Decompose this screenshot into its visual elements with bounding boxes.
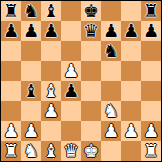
white-queen-icon: ♛ bbox=[63, 141, 79, 161]
white-king-icon: ♚ bbox=[83, 141, 99, 161]
white-pawn-icon: ♟ bbox=[3, 121, 19, 141]
square-b1[interactable]: ♞ bbox=[21, 141, 41, 161]
square-e5[interactable] bbox=[81, 61, 101, 81]
square-b7[interactable]: ♟ bbox=[21, 21, 41, 41]
black-bishop-icon: ♝ bbox=[43, 1, 59, 21]
square-b5[interactable] bbox=[21, 61, 41, 81]
square-c3[interactable]: ♟ bbox=[41, 101, 61, 121]
black-pawn-icon: ♟ bbox=[63, 81, 79, 101]
square-f3[interactable]: ♞ bbox=[101, 101, 121, 121]
square-c5[interactable] bbox=[41, 61, 61, 81]
square-f8[interactable] bbox=[101, 1, 121, 21]
black-knight-icon: ♞ bbox=[23, 1, 39, 21]
square-h5[interactable] bbox=[141, 61, 161, 81]
white-knight-icon: ♞ bbox=[103, 101, 119, 121]
square-h1[interactable]: ♜ bbox=[141, 141, 161, 161]
square-e2[interactable] bbox=[81, 121, 101, 141]
square-b6[interactable] bbox=[21, 41, 41, 61]
square-c6[interactable] bbox=[41, 41, 61, 61]
black-pawn-icon: ♟ bbox=[123, 21, 139, 41]
square-g5[interactable] bbox=[121, 61, 141, 81]
square-f4[interactable] bbox=[101, 81, 121, 101]
square-h8[interactable]: ♜ bbox=[141, 1, 161, 21]
square-a6[interactable] bbox=[1, 41, 21, 61]
square-b8[interactable]: ♞ bbox=[21, 1, 41, 21]
square-d1[interactable]: ♛ bbox=[61, 141, 81, 161]
square-a3[interactable] bbox=[1, 101, 21, 121]
square-f7[interactable]: ♟ bbox=[101, 21, 121, 41]
white-pawn-icon: ♟ bbox=[43, 101, 59, 121]
square-d2[interactable] bbox=[61, 121, 81, 141]
square-c7[interactable]: ♟ bbox=[41, 21, 61, 41]
black-rook-icon: ♜ bbox=[3, 1, 19, 21]
square-h2[interactable]: ♟ bbox=[141, 121, 161, 141]
square-g4[interactable] bbox=[121, 81, 141, 101]
square-f6[interactable]: ♞ bbox=[101, 41, 121, 61]
black-king-icon: ♚ bbox=[83, 1, 99, 21]
square-e1[interactable]: ♚ bbox=[81, 141, 101, 161]
white-knight-icon: ♞ bbox=[23, 141, 39, 161]
square-b4[interactable]: ♝ bbox=[21, 81, 41, 101]
square-d5[interactable]: ♟ bbox=[61, 61, 81, 81]
square-g3[interactable] bbox=[121, 101, 141, 121]
square-d6[interactable] bbox=[61, 41, 81, 61]
chess-board: ♜♞♝♚♜♟♟♟♛♟♟♟♞♟♝♝♟♟♞♟♟♟♟♟♜♞♝♛♚♜ bbox=[0, 0, 162, 162]
square-f2[interactable]: ♟ bbox=[101, 121, 121, 141]
white-pawn-icon: ♟ bbox=[63, 61, 79, 81]
black-knight-icon: ♞ bbox=[103, 41, 119, 61]
white-bishop-icon: ♝ bbox=[43, 141, 59, 161]
black-pawn-icon: ♟ bbox=[103, 21, 119, 41]
white-pawn-icon: ♟ bbox=[143, 121, 159, 141]
square-d8[interactable] bbox=[61, 1, 81, 21]
square-h7[interactable]: ♟ bbox=[141, 21, 161, 41]
square-d7[interactable] bbox=[61, 21, 81, 41]
white-pawn-icon: ♟ bbox=[123, 121, 139, 141]
black-bishop-icon: ♝ bbox=[23, 81, 39, 101]
square-e3[interactable] bbox=[81, 101, 101, 121]
square-g6[interactable] bbox=[121, 41, 141, 61]
square-a1[interactable]: ♜ bbox=[1, 141, 21, 161]
black-pawn-icon: ♟ bbox=[43, 21, 59, 41]
square-g1[interactable] bbox=[121, 141, 141, 161]
black-pawn-icon: ♟ bbox=[23, 21, 39, 41]
square-e7[interactable]: ♛ bbox=[81, 21, 101, 41]
square-h6[interactable] bbox=[141, 41, 161, 61]
square-a2[interactable]: ♟ bbox=[1, 121, 21, 141]
square-a4[interactable] bbox=[1, 81, 21, 101]
square-f5[interactable] bbox=[101, 61, 121, 81]
square-e6[interactable] bbox=[81, 41, 101, 61]
square-b2[interactable]: ♟ bbox=[21, 121, 41, 141]
square-a5[interactable] bbox=[1, 61, 21, 81]
black-pawn-icon: ♟ bbox=[3, 21, 19, 41]
square-f1[interactable] bbox=[101, 141, 121, 161]
square-e4[interactable] bbox=[81, 81, 101, 101]
square-h4[interactable] bbox=[141, 81, 161, 101]
square-c8[interactable]: ♝ bbox=[41, 1, 61, 21]
black-queen-icon: ♛ bbox=[83, 21, 99, 41]
square-a8[interactable]: ♜ bbox=[1, 1, 21, 21]
white-pawn-icon: ♟ bbox=[103, 121, 119, 141]
square-g7[interactable]: ♟ bbox=[121, 21, 141, 41]
black-rook-icon: ♜ bbox=[143, 1, 159, 21]
square-c4[interactable]: ♝ bbox=[41, 81, 61, 101]
square-d4[interactable]: ♟ bbox=[61, 81, 81, 101]
square-a7[interactable]: ♟ bbox=[1, 21, 21, 41]
white-rook-icon: ♜ bbox=[3, 141, 19, 161]
square-e8[interactable]: ♚ bbox=[81, 1, 101, 21]
black-pawn-icon: ♟ bbox=[143, 21, 159, 41]
square-g2[interactable]: ♟ bbox=[121, 121, 141, 141]
square-g8[interactable] bbox=[121, 1, 141, 21]
square-c1[interactable]: ♝ bbox=[41, 141, 61, 161]
square-h3[interactable] bbox=[141, 101, 161, 121]
square-c2[interactable] bbox=[41, 121, 61, 141]
square-d3[interactable] bbox=[61, 101, 81, 121]
square-b3[interactable] bbox=[21, 101, 41, 121]
white-bishop-icon: ♝ bbox=[43, 81, 59, 101]
white-pawn-icon: ♟ bbox=[23, 121, 39, 141]
white-rook-icon: ♜ bbox=[143, 141, 159, 161]
